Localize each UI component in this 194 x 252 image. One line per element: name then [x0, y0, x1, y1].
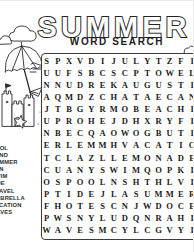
grid-cell[interactable]: L — [63, 152, 74, 164]
grid-cell[interactable]: Z — [86, 152, 97, 164]
grid-cell[interactable]: I — [119, 164, 130, 176]
grid-cell[interactable]: V — [175, 176, 186, 188]
grid-cell[interactable]: C — [41, 164, 52, 176]
word-list-item: SUN — [0, 166, 25, 173]
grid-cell[interactable]: E — [142, 103, 153, 115]
grid-cell[interactable]: V — [63, 224, 74, 236]
grid-cell[interactable]: H — [153, 176, 164, 188]
grid-cell[interactable]: A — [52, 224, 63, 236]
grid-cell[interactable]: E — [86, 188, 97, 200]
grid-cell[interactable]: W — [119, 127, 130, 139]
grid-cell[interactable]: A — [164, 212, 175, 224]
grid-cell[interactable]: E — [153, 91, 164, 103]
grid-cell[interactable]: U — [131, 79, 142, 91]
grid-cell[interactable]: D — [75, 91, 86, 103]
grid-cell[interactable]: H — [52, 200, 63, 212]
grid-cell[interactable]: O — [142, 152, 153, 164]
grid-cell[interactable]: U — [41, 115, 52, 127]
grid-cell[interactable]: S — [97, 200, 108, 212]
grid-cell[interactable]: T — [164, 139, 175, 151]
grid-cell[interactable]: T — [142, 67, 153, 79]
grid-cell[interactable]: M — [131, 164, 142, 176]
grid-cell[interactable]: U — [52, 164, 63, 176]
grid-cell[interactable]: T — [142, 176, 153, 188]
grid-cell[interactable]: U — [52, 67, 63, 79]
grid-cell[interactable]: H — [131, 115, 142, 127]
grid-cell[interactable]: C — [75, 127, 86, 139]
grid-cell[interactable]: Z — [86, 91, 97, 103]
grid-cell[interactable]: R — [52, 139, 63, 151]
word-list-item: SUMMER — [0, 159, 25, 166]
grid-cell[interactable]: L — [108, 188, 119, 200]
grid-cell[interactable]: K — [175, 164, 186, 176]
grid-cell[interactable]: O — [75, 115, 86, 127]
grid-cell[interactable]: L — [164, 176, 175, 188]
grid-cell[interactable]: N — [153, 152, 164, 164]
grid-cell[interactable]: F — [63, 67, 74, 79]
grid-cell[interactable]: U — [63, 79, 74, 91]
grid-cell[interactable]: F — [175, 55, 186, 67]
grid-cell[interactable]: S — [63, 212, 74, 224]
grid-cell[interactable]: C — [52, 152, 63, 164]
grid-cell[interactable]: R — [153, 115, 164, 127]
grid-cell[interactable]: S — [41, 55, 52, 67]
word-list-item: SWIM — [0, 173, 25, 180]
grid-cell[interactable]: C — [97, 67, 108, 79]
grid-cell[interactable]: O — [75, 176, 86, 188]
grid-cell[interactable]: T — [175, 127, 186, 139]
grid-cell[interactable]: M — [164, 188, 175, 200]
grid-cell[interactable]: O — [108, 127, 119, 139]
grid-cell[interactable]: N — [41, 79, 52, 91]
grid-cell[interactable]: C — [175, 200, 186, 212]
grid-cell[interactable]: Y — [86, 103, 97, 115]
grid-cell[interactable]: Y — [86, 164, 97, 176]
grid-cell[interactable]: F — [175, 115, 186, 127]
grid-cell[interactable]: N — [75, 164, 86, 176]
grid-cell[interactable]: F — [41, 200, 52, 212]
grid-cell[interactable]: J — [41, 103, 52, 115]
grid-cell[interactable]: B — [63, 103, 74, 115]
grid-cell[interactable]: E — [119, 152, 130, 164]
grid-cell[interactable]: T — [153, 55, 164, 67]
grid-cell[interactable]: I — [63, 188, 74, 200]
grid-cell[interactable]: A — [41, 91, 52, 103]
grid-cell[interactable]: P — [52, 55, 63, 67]
grid-cell[interactable]: M — [97, 224, 108, 236]
grid-cell[interactable]: A — [63, 164, 74, 176]
grid-cell[interactable]: T — [75, 200, 86, 212]
grid-cell[interactable]: T — [41, 152, 52, 164]
grid-cell[interactable]: R — [97, 103, 108, 115]
grid-cell[interactable]: H — [86, 115, 97, 127]
grid-cell[interactable]: P — [52, 115, 63, 127]
grid-cell[interactable]: P — [164, 164, 175, 176]
grid-cell[interactable]: E — [75, 224, 86, 236]
grid-cell[interactable]: H — [131, 176, 142, 188]
grid-cell[interactable]: R — [63, 115, 74, 127]
grid-cell[interactable]: G — [142, 79, 153, 91]
grid-cell[interactable]: A — [153, 139, 164, 151]
grid-cell[interactable]: L — [131, 224, 142, 236]
grid-cell[interactable]: C — [108, 200, 119, 212]
grid-cell[interactable]: H — [175, 212, 186, 224]
page-edge-top — [0, 0, 194, 1]
grid-cell[interactable]: E — [75, 139, 86, 151]
grid-cell[interactable]: T — [175, 79, 186, 91]
grid-cell[interactable]: P — [41, 188, 52, 200]
grid-cell[interactable]: C — [108, 224, 119, 236]
grid-cell[interactable]: B — [86, 67, 97, 79]
grid-cell[interactable]: C — [97, 91, 108, 103]
grid-cell[interactable]: H — [108, 139, 119, 151]
grid-cell[interactable]: T — [131, 91, 142, 103]
grid-cell[interactable]: H — [175, 103, 186, 115]
grid-cell[interactable]: O — [153, 164, 164, 176]
grid-cell[interactable]: E — [41, 139, 52, 151]
grid-cell[interactable]: W — [164, 67, 175, 79]
grid-cell[interactable]: B — [131, 103, 142, 115]
grid-cell[interactable]: K — [108, 79, 119, 91]
grid-cell[interactable]: J — [108, 115, 119, 127]
grid-cell[interactable]: V — [119, 139, 130, 151]
grid-cell[interactable]: Q — [131, 212, 142, 224]
grid-cell[interactable]: I — [175, 139, 186, 151]
grid-cell[interactable]: O — [119, 103, 130, 115]
grid-cell[interactable]: G — [75, 103, 86, 115]
grid-cell[interactable]: S — [164, 79, 175, 91]
page-subtitle: WORD SEARCH — [40, 36, 194, 47]
page-edge-right — [193, 0, 194, 252]
grid-cell[interactable]: A — [97, 127, 108, 139]
grid-cell[interactable]: L — [131, 55, 142, 67]
grid-cell[interactable]: M — [153, 188, 164, 200]
grid-cell[interactable]: S — [131, 188, 142, 200]
grid-cell[interactable]: S — [97, 164, 108, 176]
grid-cell[interactable]: C — [142, 139, 153, 151]
grid-cell[interactable]: D — [75, 79, 86, 91]
grid-cell[interactable]: N — [108, 176, 119, 188]
grid-cell[interactable]: O — [131, 127, 142, 139]
cloud-icon — [9, 26, 36, 41]
grid-cell[interactable]: M — [63, 91, 74, 103]
word-list-item: UMBRELLA — [0, 195, 25, 202]
grid-cell[interactable]: Y — [119, 224, 130, 236]
grid-cell[interactable]: W — [108, 164, 119, 176]
grid-cell[interactable]: A — [119, 91, 130, 103]
grid-cell[interactable]: E — [175, 67, 186, 79]
grid-cell[interactable]: T — [52, 188, 63, 200]
grid-cell[interactable]: S — [108, 67, 119, 79]
grid-cell[interactable]: D — [153, 200, 164, 212]
grid-cell[interactable]: M — [86, 139, 97, 151]
grid-cell[interactable]: Y — [142, 55, 153, 67]
grid-cell[interactable]: W — [41, 224, 52, 236]
grid-cell[interactable]: Q — [142, 164, 153, 176]
grid-cell[interactable]: Z — [164, 55, 175, 67]
grid-cell[interactable]: B — [52, 127, 63, 139]
grid-cell[interactable]: R — [86, 79, 97, 91]
grid-cell[interactable]: I — [97, 55, 108, 67]
grid-cell[interactable]: W — [142, 200, 153, 212]
grid-cell[interactable]: Y — [86, 212, 97, 224]
grid-cell[interactable]: D — [119, 212, 130, 224]
grid-cell[interactable]: M — [97, 139, 108, 151]
grid-cell[interactable]: C — [164, 91, 175, 103]
grid-cell[interactable]: O — [153, 67, 164, 79]
word-list-item: SAND — [0, 152, 25, 159]
grid-cell[interactable]: C — [119, 67, 130, 79]
grid-cell[interactable]: G — [142, 127, 153, 139]
grid-cell[interactable]: M — [131, 152, 142, 164]
word-list-item: VACATION — [0, 202, 25, 209]
grid-cell[interactable]: C — [164, 103, 175, 115]
grid-cell[interactable]: Q — [52, 91, 63, 103]
grid-cell[interactable]: P — [63, 176, 74, 188]
grid-cell[interactable]: Y — [164, 115, 175, 127]
grid-cell[interactable]: O — [41, 176, 52, 188]
grid-cell[interactable]: P — [131, 67, 142, 79]
grid-cell[interactable]: O — [164, 200, 175, 212]
word-list-item: TIDE — [0, 180, 25, 187]
grid-cell[interactable]: U — [41, 67, 52, 79]
grid-cell[interactable]: P — [41, 212, 52, 224]
grid-cell[interactable]: C — [142, 224, 153, 236]
grid-cell[interactable]: S — [52, 176, 63, 188]
grid-cell[interactable]: V — [75, 55, 86, 67]
grid-cell[interactable]: L — [97, 176, 108, 188]
grid-cell[interactable]: W — [52, 212, 63, 224]
grid-cell[interactable]: A — [119, 188, 130, 200]
grid-cell[interactable]: Q — [86, 127, 97, 139]
grid-cell[interactable]: S — [75, 67, 86, 79]
grid-cell[interactable]: N — [41, 127, 52, 139]
grid-cell[interactable]: J — [108, 55, 119, 67]
grid-cell[interactable]: L — [108, 152, 119, 164]
word-list-item: WAVES — [0, 209, 25, 216]
grid-cell[interactable]: J — [131, 200, 142, 212]
grid-cell[interactable]: A — [119, 79, 130, 91]
grid-cell[interactable]: U — [119, 55, 130, 67]
grid-cell[interactable]: A — [131, 139, 142, 151]
grid-cell[interactable]: A — [175, 91, 186, 103]
grid-cell[interactable]: N — [119, 200, 130, 212]
grid-cell[interactable]: O — [86, 176, 97, 188]
grid-cell[interactable]: O — [63, 200, 74, 212]
grid-cell[interactable]: N — [142, 212, 153, 224]
grid-cell[interactable]: D — [119, 115, 130, 127]
grid-cell[interactable]: H — [108, 91, 119, 103]
grid-cell[interactable]: B — [153, 127, 164, 139]
grid-cell[interactable]: D — [75, 188, 86, 200]
grid-cell[interactable]: L — [97, 212, 108, 224]
grid-cell[interactable]: G — [153, 224, 164, 236]
grid-cell[interactable]: L — [63, 139, 74, 151]
grid-cell[interactable]: A — [164, 152, 175, 164]
grid-cell[interactable]: L — [97, 152, 108, 164]
grid-cell[interactable]: V — [164, 224, 175, 236]
grid-cell[interactable]: Y — [175, 224, 186, 236]
word-list: POOL SAND SUMMER SUN SWIM TIDE TRAVEL UM… — [0, 145, 25, 216]
grid-cell[interactable]: N — [52, 79, 63, 91]
grid-cell[interactable]: E — [63, 127, 74, 139]
grid-cell[interactable]: N — [75, 212, 86, 224]
grid-cell[interactable]: E — [86, 200, 97, 212]
grid-cell[interactable]: U — [153, 79, 164, 91]
grid-cell[interactable]: A — [153, 103, 164, 115]
grid-cell[interactable]: E — [97, 115, 108, 127]
word-list-item: POOL — [0, 145, 25, 152]
grid-cell[interactable]: D — [86, 55, 97, 67]
grid-cell[interactable]: E — [97, 79, 108, 91]
grid-cell[interactable]: J — [97, 188, 108, 200]
grid-cell[interactable]: E — [175, 188, 186, 200]
grid-cell[interactable]: S — [119, 176, 130, 188]
grid-cell[interactable]: A — [75, 152, 86, 164]
grid-cell[interactable]: S — [86, 224, 97, 236]
grid-cell[interactable]: T — [52, 103, 63, 115]
word-list-item: TRAVEL — [0, 188, 25, 195]
grid-cell[interactable]: R — [153, 212, 164, 224]
grid-cell[interactable]: A — [142, 91, 153, 103]
grid-cell[interactable]: U — [108, 212, 119, 224]
letters-grid: SPXVDIJULYTZFIUUFSBCSCPTOWELNNUDREKAUGUS… — [41, 55, 194, 236]
grid-cell[interactable]: X — [63, 55, 74, 67]
grid-cell[interactable]: U — [164, 127, 175, 139]
grid-cell[interactable]: M — [108, 103, 119, 115]
grid-cell[interactable]: U — [142, 188, 153, 200]
grid-cell[interactable]: X — [142, 115, 153, 127]
puzzle-page: SUMMER WORD SEARCH — [0, 0, 194, 252]
grid-cell[interactable]: D — [175, 152, 186, 164]
